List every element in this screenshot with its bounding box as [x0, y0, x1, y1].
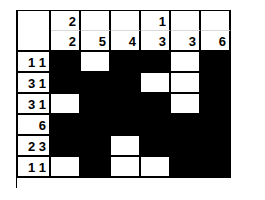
col-clue-bottom-1: 2	[51, 31, 81, 52]
grid-cell-r1c5[interactable]	[171, 52, 201, 73]
grid-cell-r2c3[interactable]	[111, 73, 141, 94]
row-clue-6: 1 1	[18, 157, 51, 178]
grid-cell-r6c5[interactable]	[171, 157, 201, 178]
col-clue-bottom-2: 5	[81, 31, 111, 52]
grid-cell-r6c3[interactable]	[111, 157, 141, 178]
row-clue-1: 1 1	[18, 52, 51, 73]
grid-cell-r6c1[interactable]	[51, 157, 81, 178]
grid-cell-r3c5[interactable]	[171, 94, 201, 115]
nonogram-screenshot: 212543361 13 13 162 31 1	[0, 0, 265, 200]
grid-cell-r3c1[interactable]	[51, 94, 81, 115]
row-clue-2: 3 1	[18, 73, 51, 94]
grid-cell-r5c3[interactable]	[111, 136, 141, 157]
grid-cell-r3c4[interactable]	[141, 94, 171, 115]
col-clue-top-1: 2	[51, 11, 81, 31]
grid-cell-r1c4[interactable]	[141, 52, 171, 73]
grid-cell-r1c1[interactable]	[51, 52, 81, 73]
row-clue-3: 3 1	[18, 94, 51, 115]
grid-cell-r2c1[interactable]	[51, 73, 81, 94]
grid-cell-r4c6[interactable]	[201, 115, 231, 136]
row-clue-4: 6	[18, 115, 51, 136]
col-clue-top-5	[171, 11, 201, 31]
grid-cell-r6c6[interactable]	[201, 157, 231, 178]
grid-cell-r5c1[interactable]	[51, 136, 81, 157]
col-clue-bottom-3: 4	[111, 31, 141, 52]
grid-cell-r2c6[interactable]	[201, 73, 231, 94]
grid-cell-r4c4[interactable]	[141, 115, 171, 136]
col-clue-top-3	[111, 11, 141, 31]
grid-cell-r6c4[interactable]	[141, 157, 171, 178]
grid-cell-r3c2[interactable]	[81, 94, 111, 115]
col-clue-bottom-5: 3	[171, 31, 201, 52]
grid-cell-r5c4[interactable]	[141, 136, 171, 157]
grid-cell-r5c6[interactable]	[201, 136, 231, 157]
grid-cell-r2c5[interactable]	[171, 73, 201, 94]
grid-cell-r3c6[interactable]	[201, 94, 231, 115]
grid-cell-r3c3[interactable]	[111, 94, 141, 115]
grid-cell-r6c2[interactable]	[81, 157, 111, 178]
grid-cell-r2c4[interactable]	[141, 73, 171, 94]
grid-cell-r4c5[interactable]	[171, 115, 201, 136]
grid-cell-r5c5[interactable]	[171, 136, 201, 157]
col-clue-top-4: 1	[141, 11, 171, 31]
grid-cell-r4c1[interactable]	[51, 115, 81, 136]
nonogram-grid: 212543361 13 13 162 31 1	[16, 10, 231, 178]
col-clue-top-2	[81, 11, 111, 31]
col-clue-bottom-4: 3	[141, 31, 171, 52]
row-clue-5: 2 3	[18, 136, 51, 157]
grid-cell-r1c2[interactable]	[81, 52, 111, 73]
corner-cell	[18, 11, 51, 52]
grid-cell-r1c6[interactable]	[201, 52, 231, 73]
col-clue-bottom-6: 6	[201, 31, 231, 52]
gridline-tick	[16, 178, 17, 188]
grid-cell-r5c2[interactable]	[81, 136, 111, 157]
grid-cell-r4c2[interactable]	[81, 115, 111, 136]
col-clue-top-6	[201, 11, 231, 31]
grid-cell-r4c3[interactable]	[111, 115, 141, 136]
grid-cell-r2c2[interactable]	[81, 73, 111, 94]
grid-cell-r1c3[interactable]	[111, 52, 141, 73]
